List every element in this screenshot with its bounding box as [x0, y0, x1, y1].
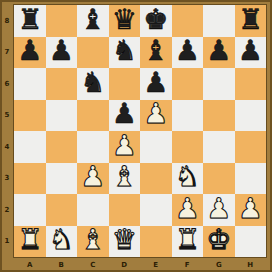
square-c6[interactable]: ♞: [77, 68, 109, 100]
square-d5[interactable]: ♟: [109, 100, 141, 132]
rank-label-3: 3: [0, 163, 14, 195]
white-knight-icon: ♞: [49, 226, 74, 254]
white-king-icon: ♚: [206, 226, 231, 254]
white-bishop-icon: ♝: [112, 163, 137, 191]
square-a2[interactable]: [14, 194, 46, 226]
square-h7[interactable]: ♟: [235, 37, 267, 69]
square-e2[interactable]: [140, 194, 172, 226]
square-c7[interactable]: [77, 37, 109, 69]
white-pawn-icon: ♟: [143, 100, 168, 128]
black-knight-icon: ♞: [112, 37, 137, 65]
square-h8[interactable]: ♜: [235, 5, 267, 37]
square-b4[interactable]: [46, 131, 78, 163]
white-knight-icon: ♞: [175, 163, 200, 191]
black-bishop-icon: ♝: [80, 6, 105, 34]
square-g1[interactable]: ♚: [203, 226, 235, 258]
square-d6[interactable]: [109, 68, 141, 100]
chess-board: ♜♝♛♚♜♟♟♞♝♟♟♟♞♟♟♟♟♟♝♞♟♟♟♜♞♝♛♜♚: [14, 5, 266, 257]
square-g7[interactable]: ♟: [203, 37, 235, 69]
square-b5[interactable]: [46, 100, 78, 132]
square-b1[interactable]: ♞: [46, 226, 78, 258]
file-label-e: E: [140, 257, 172, 272]
square-e6[interactable]: ♟: [140, 68, 172, 100]
black-pawn-icon: ♟: [49, 37, 74, 65]
square-e5[interactable]: ♟: [140, 100, 172, 132]
square-f6[interactable]: [172, 68, 204, 100]
square-b2[interactable]: [46, 194, 78, 226]
square-d8[interactable]: ♛: [109, 5, 141, 37]
black-king-icon: ♚: [143, 6, 168, 34]
square-g5[interactable]: [203, 100, 235, 132]
square-e8[interactable]: ♚: [140, 5, 172, 37]
file-label-b: B: [46, 257, 78, 272]
square-h1[interactable]: [235, 226, 267, 258]
black-rook-icon: ♜: [238, 6, 263, 34]
square-e3[interactable]: [140, 163, 172, 195]
rank-label-7: 7: [0, 37, 14, 69]
square-b3[interactable]: [46, 163, 78, 195]
rank-label-8: 8: [0, 5, 14, 37]
file-labels: ABCDEFGH: [14, 257, 266, 272]
square-g6[interactable]: [203, 68, 235, 100]
black-knight-icon: ♞: [80, 69, 105, 97]
square-b6[interactable]: [46, 68, 78, 100]
square-f7[interactable]: ♟: [172, 37, 204, 69]
white-rook-icon: ♜: [17, 226, 42, 254]
square-d3[interactable]: ♝: [109, 163, 141, 195]
square-f5[interactable]: [172, 100, 204, 132]
white-queen-icon: ♛: [112, 226, 137, 254]
rank-label-5: 5: [0, 100, 14, 132]
square-g2[interactable]: ♟: [203, 194, 235, 226]
square-c2[interactable]: [77, 194, 109, 226]
black-pawn-icon: ♟: [206, 37, 231, 65]
square-f4[interactable]: [172, 131, 204, 163]
square-e1[interactable]: [140, 226, 172, 258]
square-a4[interactable]: [14, 131, 46, 163]
square-g4[interactable]: [203, 131, 235, 163]
square-b8[interactable]: [46, 5, 78, 37]
square-f8[interactable]: [172, 5, 204, 37]
square-f2[interactable]: ♟: [172, 194, 204, 226]
rank-labels: 87654321: [0, 5, 14, 257]
white-rook-icon: ♜: [175, 226, 200, 254]
chess-diagram: 87654321 ABCDEFGH ♜♝♛♚♜♟♟♞♝♟♟♟♞♟♟♟♟♟♝♞♟♟…: [0, 0, 272, 272]
square-b7[interactable]: ♟: [46, 37, 78, 69]
square-f3[interactable]: ♞: [172, 163, 204, 195]
square-h6[interactable]: [235, 68, 267, 100]
square-a7[interactable]: ♟: [14, 37, 46, 69]
square-c5[interactable]: [77, 100, 109, 132]
file-label-c: C: [77, 257, 109, 272]
square-e7[interactable]: ♝: [140, 37, 172, 69]
file-label-g: G: [203, 257, 235, 272]
rank-label-4: 4: [0, 131, 14, 163]
square-a1[interactable]: ♜: [14, 226, 46, 258]
file-label-f: F: [172, 257, 204, 272]
square-d1[interactable]: ♛: [109, 226, 141, 258]
square-a5[interactable]: [14, 100, 46, 132]
black-pawn-icon: ♟: [143, 69, 168, 97]
black-queen-icon: ♛: [112, 6, 137, 34]
black-rook-icon: ♜: [17, 6, 42, 34]
square-a6[interactable]: [14, 68, 46, 100]
file-label-a: A: [14, 257, 46, 272]
square-h2[interactable]: ♟: [235, 194, 267, 226]
white-pawn-icon: ♟: [175, 195, 200, 223]
square-g3[interactable]: [203, 163, 235, 195]
white-bishop-icon: ♝: [80, 226, 105, 254]
rank-label-1: 1: [0, 226, 14, 258]
file-label-h: H: [235, 257, 267, 272]
square-d4[interactable]: ♟: [109, 131, 141, 163]
square-c4[interactable]: [77, 131, 109, 163]
black-pawn-icon: ♟: [175, 37, 200, 65]
square-g8[interactable]: [203, 5, 235, 37]
black-pawn-icon: ♟: [17, 37, 42, 65]
rank-label-2: 2: [0, 194, 14, 226]
square-h5[interactable]: [235, 100, 267, 132]
square-f1[interactable]: ♜: [172, 226, 204, 258]
square-c8[interactable]: ♝: [77, 5, 109, 37]
black-bishop-icon: ♝: [143, 37, 168, 65]
square-c1[interactable]: ♝: [77, 226, 109, 258]
white-pawn-icon: ♟: [80, 163, 105, 191]
rank-label-6: 6: [0, 68, 14, 100]
black-pawn-icon: ♟: [238, 37, 263, 65]
square-c3[interactable]: ♟: [77, 163, 109, 195]
white-pawn-icon: ♟: [206, 195, 231, 223]
white-pawn-icon: ♟: [238, 195, 263, 223]
square-h3[interactable]: [235, 163, 267, 195]
square-d7[interactable]: ♞: [109, 37, 141, 69]
file-label-d: D: [109, 257, 141, 272]
square-a3[interactable]: [14, 163, 46, 195]
white-pawn-icon: ♟: [112, 132, 137, 160]
black-pawn-icon: ♟: [112, 100, 137, 128]
square-d2[interactable]: [109, 194, 141, 226]
square-a8[interactable]: ♜: [14, 5, 46, 37]
square-h4[interactable]: [235, 131, 267, 163]
square-e4[interactable]: [140, 131, 172, 163]
